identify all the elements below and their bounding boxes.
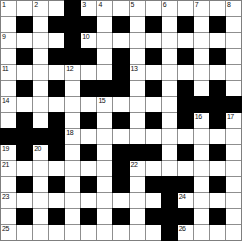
cell-r13c2[interactable]	[17, 193, 32, 208]
black-cell-r9c1	[1, 129, 16, 144]
black-cell-r7c14	[210, 97, 225, 112]
cell-r12c7[interactable]	[97, 177, 112, 192]
cell-r11c10[interactable]	[146, 161, 161, 176]
black-cell-r6c7	[97, 81, 112, 96]
cell-r7c1[interactable]: 14	[1, 97, 16, 112]
clue-number-24: 24	[179, 193, 186, 201]
cell-r12c9[interactable]	[130, 177, 145, 192]
cell-r5c1[interactable]: 11	[1, 65, 16, 80]
cell-r1c10[interactable]	[146, 1, 161, 16]
cell-r15c12[interactable]: 26	[178, 225, 193, 240]
black-cell-r12c4	[49, 177, 64, 192]
cell-r11c11[interactable]	[162, 161, 177, 176]
black-cell-r2c12	[178, 17, 193, 32]
cell-r7c3[interactable]	[33, 97, 48, 112]
cell-r10c7[interactable]	[97, 145, 112, 160]
cell-r5c7[interactable]	[97, 65, 112, 80]
clue-number-23: 23	[2, 193, 9, 201]
cell-r15c9[interactable]	[130, 225, 145, 240]
black-cell-r4c5	[65, 49, 80, 64]
cell-r7c8[interactable]	[113, 97, 128, 112]
black-cell-r12c2	[17, 177, 32, 192]
black-cell-r4c14	[210, 49, 225, 64]
cell-r9c14[interactable]	[210, 129, 225, 144]
black-cell-r7c12	[178, 97, 193, 112]
cell-r15c6[interactable]	[81, 225, 96, 240]
black-cell-r14c12	[178, 209, 193, 224]
cell-r1c7[interactable]: 4	[97, 1, 112, 16]
cell-r3c13[interactable]	[194, 33, 209, 48]
black-cell-r14c8	[113, 209, 128, 224]
black-cell-r8c14	[210, 113, 225, 128]
clue-number-19: 19	[2, 145, 9, 153]
cell-r10c5[interactable]	[65, 145, 80, 160]
cell-r14c1[interactable]	[1, 209, 16, 224]
black-cell-r10c12	[178, 145, 193, 160]
cell-r7c5[interactable]	[65, 97, 80, 112]
cell-r6c15[interactable]	[226, 81, 241, 96]
cell-r11c3[interactable]	[33, 161, 48, 176]
black-cell-r12c14	[210, 177, 225, 192]
cell-r6c3[interactable]	[33, 81, 48, 96]
cell-r2c11[interactable]	[162, 17, 177, 32]
black-cell-r14c4	[49, 209, 64, 224]
cell-r1c6[interactable]: 3	[81, 1, 96, 16]
cell-r9c6[interactable]	[81, 129, 96, 144]
black-cell-r6c6	[81, 81, 96, 96]
cell-r9c10[interactable]	[146, 129, 161, 144]
black-cell-r12c11	[162, 177, 177, 192]
cell-r3c12[interactable]	[178, 33, 193, 48]
cell-r14c13[interactable]	[194, 209, 209, 224]
cell-r10c11[interactable]	[162, 145, 177, 160]
black-cell-r2c6	[81, 17, 96, 32]
cell-r5c12[interactable]	[178, 65, 193, 80]
black-cell-r8c4	[49, 113, 64, 128]
cell-r13c6[interactable]	[81, 193, 96, 208]
cell-r3c15[interactable]	[226, 33, 241, 48]
cell-r7c11[interactable]	[162, 97, 177, 112]
cell-r5c10[interactable]	[146, 65, 161, 80]
cell-r10c1[interactable]: 19	[1, 145, 16, 160]
black-cell-r14c14	[210, 209, 225, 224]
clue-number-16: 16	[195, 113, 202, 121]
cell-r7c9[interactable]	[130, 97, 145, 112]
clue-number-15: 15	[98, 97, 105, 105]
cell-r6c9[interactable]	[130, 81, 145, 96]
black-cell-r6c14	[210, 81, 225, 96]
black-cell-r8c8	[113, 113, 128, 128]
cell-r13c13[interactable]	[194, 193, 209, 208]
black-cell-r10c6	[81, 145, 96, 160]
cell-r3c2[interactable]	[17, 33, 32, 48]
cell-r6c13[interactable]	[194, 81, 209, 96]
cell-r2c9[interactable]	[130, 17, 145, 32]
clue-number-18: 18	[66, 129, 73, 137]
cell-r1c4[interactable]	[49, 1, 64, 16]
black-cell-r2c10	[146, 17, 161, 32]
cell-r5c4[interactable]	[49, 65, 64, 80]
cell-r12c1[interactable]	[1, 177, 16, 192]
black-cell-r10c8	[113, 145, 128, 160]
clue-number-8: 8	[227, 1, 230, 9]
cell-r1c11[interactable]: 6	[162, 1, 177, 16]
black-cell-r8c12	[178, 113, 193, 128]
black-cell-r14c10	[146, 209, 161, 224]
clue-number-22: 22	[131, 161, 138, 169]
black-cell-r2c5	[65, 17, 80, 32]
clue-number-26: 26	[179, 225, 186, 233]
black-cell-r6c4	[49, 81, 64, 96]
black-cell-r12c12	[178, 177, 193, 192]
cell-r2c1[interactable]	[1, 17, 16, 32]
black-cell-r2c14	[210, 17, 225, 32]
black-cell-r14c2	[17, 209, 32, 224]
black-cell-r4c6	[81, 49, 96, 64]
cell-r11c12[interactable]	[178, 161, 193, 176]
cell-r1c3[interactable]: 2	[33, 1, 48, 16]
cell-r3c9[interactable]	[130, 33, 145, 48]
cell-r9c7[interactable]	[97, 129, 112, 144]
cell-r14c7[interactable]	[97, 209, 112, 224]
cell-r8c1[interactable]	[1, 113, 16, 128]
cell-r11c4[interactable]	[49, 161, 64, 176]
cell-r9c9[interactable]	[130, 129, 145, 144]
cell-r15c13[interactable]	[194, 225, 209, 240]
clue-number-11: 11	[2, 65, 8, 73]
cell-r15c14[interactable]	[210, 225, 225, 240]
clue-number-10: 10	[82, 33, 89, 41]
cell-r8c7[interactable]	[97, 113, 112, 128]
black-cell-r6c10	[146, 81, 161, 96]
cell-r13c9[interactable]	[130, 193, 145, 208]
cell-r15c4[interactable]	[49, 225, 64, 240]
cell-r4c7[interactable]	[97, 49, 112, 64]
cell-r13c7[interactable]	[97, 193, 112, 208]
clue-number-6: 6	[163, 1, 166, 9]
cell-r4c11[interactable]	[162, 49, 177, 64]
cell-r15c10[interactable]	[146, 225, 161, 240]
cell-r7c10[interactable]	[146, 97, 161, 112]
cell-r3c3[interactable]	[33, 33, 48, 48]
black-cell-r8c10	[146, 113, 161, 128]
cell-r1c8[interactable]	[113, 1, 128, 16]
cell-r1c2[interactable]	[17, 1, 32, 16]
cell-r13c5[interactable]	[65, 193, 80, 208]
cell-r1c9[interactable]: 5	[130, 1, 145, 16]
cell-r8c13[interactable]: 16	[194, 113, 209, 128]
black-cell-r7c15	[226, 97, 241, 112]
clue-number-21: 21	[2, 161, 9, 169]
black-cell-r4c4	[49, 49, 64, 64]
cell-r9c12[interactable]	[178, 129, 193, 144]
cell-r13c10[interactable]	[146, 193, 161, 208]
clue-number-13: 13	[131, 65, 138, 73]
cell-r15c5[interactable]	[65, 225, 80, 240]
cell-r15c15[interactable]	[226, 225, 241, 240]
black-cell-r11c8	[113, 161, 128, 176]
cell-r5c3[interactable]	[33, 65, 48, 80]
cell-r3c4[interactable]	[49, 33, 64, 48]
black-cell-r2c2	[17, 17, 32, 32]
cell-r3c1[interactable]: 9	[1, 33, 16, 48]
black-cell-r4c2	[17, 49, 32, 64]
cell-r11c1[interactable]: 21	[1, 161, 16, 176]
black-cell-r1c5	[65, 1, 80, 16]
clue-number-12: 12	[66, 65, 73, 73]
cell-r8c9[interactable]	[130, 113, 145, 128]
cell-r14c3[interactable]	[33, 209, 48, 224]
cell-r7c6[interactable]	[81, 97, 96, 112]
black-cell-r12c6	[81, 177, 96, 192]
cell-r8c15[interactable]: 17	[226, 113, 241, 128]
cell-r2c7[interactable]	[97, 17, 112, 32]
clue-number-9: 9	[2, 33, 5, 41]
cell-r11c6[interactable]	[81, 161, 96, 176]
cell-r8c3[interactable]	[33, 113, 48, 128]
cell-r13c15[interactable]	[226, 193, 241, 208]
cell-r6c1[interactable]	[1, 81, 16, 96]
cell-r13c14[interactable]	[210, 193, 225, 208]
cell-r10c13[interactable]	[194, 145, 209, 160]
clue-number-3: 3	[82, 1, 85, 9]
cell-r5c14[interactable]	[210, 65, 225, 80]
black-cell-r3c5	[65, 33, 80, 48]
black-cell-r5c8	[113, 65, 128, 80]
cell-r11c15[interactable]	[226, 161, 241, 176]
black-cell-r9c4	[49, 129, 64, 144]
cell-r11c13[interactable]	[194, 161, 209, 176]
cell-r13c8[interactable]	[113, 193, 128, 208]
cell-r1c1[interactable]: 1	[1, 1, 16, 16]
cell-r3c14[interactable]	[210, 33, 225, 48]
cell-r4c13[interactable]	[194, 49, 209, 64]
cell-r2c13[interactable]	[194, 17, 209, 32]
clue-number-7: 7	[195, 1, 198, 9]
cell-r3c6[interactable]: 10	[81, 33, 96, 48]
cell-r3c8[interactable]	[113, 33, 128, 48]
crossword-board: 1234567891011121314151617181920212223242…	[0, 0, 242, 241]
cell-r4c3[interactable]	[33, 49, 48, 64]
cell-r9c13[interactable]	[194, 129, 209, 144]
cell-r4c9[interactable]	[130, 49, 145, 64]
cell-r5c2[interactable]	[17, 65, 32, 80]
black-cell-r6c2	[17, 81, 32, 96]
cell-r9c15[interactable]	[226, 129, 241, 144]
cell-r14c5[interactable]	[65, 209, 80, 224]
cell-r13c3[interactable]	[33, 193, 48, 208]
cell-r13c4[interactable]	[49, 193, 64, 208]
black-cell-r15c11	[162, 225, 177, 240]
cell-r7c4[interactable]	[49, 97, 64, 112]
black-cell-r6c12	[178, 81, 193, 96]
black-cell-r4c12	[178, 49, 193, 64]
black-cell-r10c14	[210, 145, 225, 160]
cell-r11c14[interactable]	[210, 161, 225, 176]
cell-r8c11[interactable]	[162, 113, 177, 128]
cell-r4c1[interactable]	[1, 49, 16, 64]
black-cell-r12c10	[146, 177, 161, 192]
cell-r15c8[interactable]	[113, 225, 128, 240]
cell-r12c13[interactable]	[194, 177, 209, 192]
cell-r15c1[interactable]: 25	[1, 225, 16, 240]
cell-r9c5[interactable]: 18	[65, 129, 80, 144]
cell-r12c3[interactable]	[33, 177, 48, 192]
cell-r15c2[interactable]	[17, 225, 32, 240]
cell-r5c5[interactable]: 12	[65, 65, 80, 80]
clue-number-25: 25	[2, 225, 9, 233]
black-cell-r13c11	[162, 193, 177, 208]
black-cell-r4c10	[146, 49, 161, 64]
cell-r3c10[interactable]	[146, 33, 161, 48]
black-cell-r7c13	[194, 97, 209, 112]
cell-r5c11[interactable]	[162, 65, 177, 80]
cell-r11c9[interactable]: 22	[130, 161, 145, 176]
black-cell-r2c4	[49, 17, 64, 32]
cell-r13c1[interactable]: 23	[1, 193, 16, 208]
black-cell-r10c4	[49, 145, 64, 160]
cell-r13c12[interactable]: 24	[178, 193, 193, 208]
clue-number-14: 14	[2, 97, 9, 105]
black-cell-r4c8	[113, 49, 128, 64]
cell-r2c15[interactable]	[226, 17, 241, 32]
black-cell-r8c2	[17, 113, 32, 128]
cell-r12c15[interactable]	[226, 177, 241, 192]
cell-r15c7[interactable]	[97, 225, 112, 240]
black-cell-r10c10	[146, 145, 161, 160]
cell-r5c13[interactable]	[194, 65, 209, 80]
cell-r11c2[interactable]	[17, 161, 32, 176]
clue-number-1: 1	[2, 1, 5, 9]
black-cell-r8c6	[81, 113, 96, 128]
clue-number-17: 17	[227, 113, 234, 121]
cell-r3c7[interactable]	[97, 33, 112, 48]
cell-r12c5[interactable]	[65, 177, 80, 192]
cell-r5c15[interactable]	[226, 65, 241, 80]
cell-r8c5[interactable]	[65, 113, 80, 128]
black-cell-r2c8	[113, 17, 128, 32]
cell-r1c15[interactable]: 8	[226, 1, 241, 16]
black-cell-r9c3	[33, 129, 48, 144]
black-cell-r10c2	[17, 145, 32, 160]
black-cell-r14c11	[162, 209, 177, 224]
black-cell-r10c9	[130, 145, 145, 160]
cell-r15c3[interactable]	[33, 225, 48, 240]
black-cell-r9c2	[17, 129, 32, 144]
cell-r6c5[interactable]	[65, 81, 80, 96]
cell-r6c11[interactable]	[162, 81, 177, 96]
cell-r10c15[interactable]	[226, 145, 241, 160]
cell-r14c15[interactable]	[226, 209, 241, 224]
clue-number-4: 4	[98, 1, 101, 9]
cell-r11c5[interactable]	[65, 161, 80, 176]
cell-r1c12[interactable]	[178, 1, 193, 16]
black-cell-r14c6	[81, 209, 96, 224]
cell-r3c11[interactable]	[162, 33, 177, 48]
cell-r14c9[interactable]	[130, 209, 145, 224]
cell-r1c13[interactable]: 7	[194, 1, 209, 16]
clue-number-2: 2	[34, 1, 37, 9]
cell-r9c11[interactable]	[162, 129, 177, 144]
black-cell-r12c8	[113, 177, 128, 192]
cell-r4c15[interactable]	[226, 49, 241, 64]
black-cell-r6c8	[113, 81, 128, 96]
clue-number-20: 20	[34, 145, 41, 153]
cell-r9c8[interactable]	[113, 129, 128, 144]
cell-r1c14[interactable]	[210, 1, 225, 16]
cell-r7c7[interactable]: 15	[97, 97, 112, 112]
cell-r5c6[interactable]	[81, 65, 96, 80]
cell-r2c3[interactable]	[33, 17, 48, 32]
cell-r7c2[interactable]	[17, 97, 32, 112]
cell-r11c7[interactable]	[97, 161, 112, 176]
cell-r10c3[interactable]: 20	[33, 145, 48, 160]
clue-number-5: 5	[131, 1, 134, 9]
cell-r5c9[interactable]: 13	[130, 65, 145, 80]
